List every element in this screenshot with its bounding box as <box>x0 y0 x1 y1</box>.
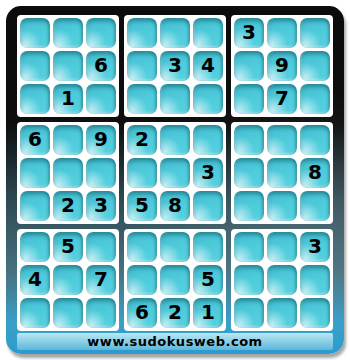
cell-r1c2[interactable] <box>53 18 83 48</box>
cell-r4c6[interactable] <box>193 125 223 155</box>
given-digit: 9 <box>94 129 108 149</box>
sudoku-board: 613439769232358854756213 www.sudokusweb.… <box>6 6 344 354</box>
given-digit: 2 <box>135 129 149 149</box>
cell-r2c8[interactable]: 9 <box>267 51 297 81</box>
given-digit: 1 <box>201 302 215 322</box>
box-2-3: 8 <box>231 122 333 224</box>
cell-r2c6[interactable]: 4 <box>193 51 223 81</box>
cell-r4c1[interactable]: 6 <box>20 125 50 155</box>
box-2-2: 2358 <box>124 122 226 224</box>
cell-r7c7[interactable] <box>234 232 264 262</box>
boxes: 613439769232358854756213 <box>17 15 333 331</box>
cell-r2c4[interactable] <box>127 51 157 81</box>
cell-r3c6[interactable] <box>193 84 223 114</box>
given-digit: 6 <box>28 129 42 149</box>
cell-r2c7[interactable] <box>234 51 264 81</box>
cell-r9c1[interactable] <box>20 298 50 328</box>
cell-r1c8[interactable] <box>267 18 297 48</box>
cell-r9c8[interactable] <box>267 298 297 328</box>
cell-r3c7[interactable] <box>234 84 264 114</box>
cell-r3c4[interactable] <box>127 84 157 114</box>
cell-r3c1[interactable] <box>20 84 50 114</box>
cell-r1c5[interactable] <box>160 18 190 48</box>
cell-r4c7[interactable] <box>234 125 264 155</box>
given-digit: 6 <box>94 55 108 75</box>
given-digit: 2 <box>61 195 75 215</box>
cell-r6c5[interactable]: 8 <box>160 191 190 221</box>
cell-r6c6[interactable] <box>193 191 223 221</box>
given-digit: 3 <box>168 55 182 75</box>
given-digit: 5 <box>201 269 215 289</box>
given-digit: 3 <box>201 162 215 182</box>
cell-r5c4[interactable] <box>127 158 157 188</box>
cell-r6c8[interactable] <box>267 191 297 221</box>
cell-r1c1[interactable] <box>20 18 50 48</box>
given-digit: 4 <box>28 269 42 289</box>
cell-r8c5[interactable] <box>160 265 190 295</box>
cell-r9c7[interactable] <box>234 298 264 328</box>
site-url[interactable]: www.sudokusweb.com <box>87 334 262 349</box>
given-digit: 7 <box>275 88 289 108</box>
cell-r7c8[interactable] <box>267 232 297 262</box>
cell-r9c5[interactable]: 2 <box>160 298 190 328</box>
box-3-3: 3 <box>231 229 333 331</box>
cell-r8c6[interactable]: 5 <box>193 265 223 295</box>
box-2-1: 6923 <box>17 122 119 224</box>
cell-r1c7[interactable]: 3 <box>234 18 264 48</box>
cell-r3c2[interactable]: 1 <box>53 84 83 114</box>
cell-r8c1[interactable]: 4 <box>20 265 50 295</box>
cell-r1c9[interactable] <box>300 18 330 48</box>
cell-r4c2[interactable] <box>53 125 83 155</box>
box-3-1: 547 <box>17 229 119 331</box>
box-1-3: 397 <box>231 15 333 117</box>
cell-r8c2[interactable] <box>53 265 83 295</box>
cell-r7c3[interactable] <box>86 232 116 262</box>
cell-r6c9[interactable] <box>300 191 330 221</box>
given-digit: 6 <box>135 302 149 322</box>
cell-r5c8[interactable] <box>267 158 297 188</box>
cell-r2c2[interactable] <box>53 51 83 81</box>
cell-r6c7[interactable] <box>234 191 264 221</box>
cell-r4c9[interactable] <box>300 125 330 155</box>
cell-r8c8[interactable] <box>267 265 297 295</box>
box-1-1: 61 <box>17 15 119 117</box>
given-digit: 1 <box>61 88 75 108</box>
cell-r2c1[interactable] <box>20 51 50 81</box>
cell-r2c5[interactable]: 3 <box>160 51 190 81</box>
cell-r5c6[interactable]: 3 <box>193 158 223 188</box>
cell-r5c7[interactable] <box>234 158 264 188</box>
given-digit: 9 <box>275 55 289 75</box>
given-digit: 3 <box>308 236 322 256</box>
cell-r9c9[interactable] <box>300 298 330 328</box>
cell-r8c3[interactable]: 7 <box>86 265 116 295</box>
given-digit: 8 <box>168 195 182 215</box>
cell-r7c9[interactable]: 3 <box>300 232 330 262</box>
given-digit: 5 <box>61 236 75 256</box>
cell-r9c2[interactable] <box>53 298 83 328</box>
cell-r9c3[interactable] <box>86 298 116 328</box>
given-digit: 8 <box>308 162 322 182</box>
cell-r8c4[interactable] <box>127 265 157 295</box>
cell-r8c9[interactable] <box>300 265 330 295</box>
given-digit: 3 <box>94 195 108 215</box>
page: 613439769232358854756213 www.sudokusweb.… <box>0 0 350 360</box>
cell-r5c9[interactable]: 8 <box>300 158 330 188</box>
cell-r6c1[interactable] <box>20 191 50 221</box>
cell-r6c3[interactable]: 3 <box>86 191 116 221</box>
cell-r3c5[interactable] <box>160 84 190 114</box>
cell-r7c5[interactable] <box>160 232 190 262</box>
cell-r6c4[interactable]: 5 <box>127 191 157 221</box>
cell-r7c4[interactable] <box>127 232 157 262</box>
cell-r5c2[interactable] <box>53 158 83 188</box>
cell-r3c8[interactable]: 7 <box>267 84 297 114</box>
cell-r6c2[interactable]: 2 <box>53 191 83 221</box>
cell-r1c6[interactable] <box>193 18 223 48</box>
cell-r7c1[interactable] <box>20 232 50 262</box>
box-1-2: 34 <box>124 15 226 117</box>
cell-r7c6[interactable] <box>193 232 223 262</box>
cell-r4c4[interactable]: 2 <box>127 125 157 155</box>
cell-r2c3[interactable]: 6 <box>86 51 116 81</box>
cell-r8c7[interactable] <box>234 265 264 295</box>
given-digit: 3 <box>242 22 256 42</box>
given-digit: 2 <box>168 302 182 322</box>
given-digit: 5 <box>135 195 149 215</box>
cell-r5c1[interactable] <box>20 158 50 188</box>
cell-r2c9[interactable] <box>300 51 330 81</box>
given-digit: 7 <box>94 269 108 289</box>
given-digit: 4 <box>201 55 215 75</box>
cell-r3c9[interactable] <box>300 84 330 114</box>
cell-r4c5[interactable] <box>160 125 190 155</box>
cell-r1c3[interactable] <box>86 18 116 48</box>
cell-r9c4[interactable]: 6 <box>127 298 157 328</box>
cell-r7c2[interactable]: 5 <box>53 232 83 262</box>
cell-r9c6[interactable]: 1 <box>193 298 223 328</box>
box-3-2: 5621 <box>124 229 226 331</box>
cell-r4c3[interactable]: 9 <box>86 125 116 155</box>
cell-r5c5[interactable] <box>160 158 190 188</box>
cell-r3c3[interactable] <box>86 84 116 114</box>
footer-band: www.sudokusweb.com <box>17 333 333 350</box>
cell-r4c8[interactable] <box>267 125 297 155</box>
cell-r1c4[interactable] <box>127 18 157 48</box>
cell-r5c3[interactable] <box>86 158 116 188</box>
